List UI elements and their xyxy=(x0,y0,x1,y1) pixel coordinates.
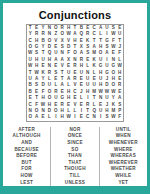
word-list-item[interactable]: WHEREAS xyxy=(102,153,145,160)
word-list-item[interactable]: UNLESS xyxy=(53,180,96,187)
word-list-item[interactable]: FOR xyxy=(5,166,48,173)
page-frame: Conjunctions TEYNORHTBECAUSEYRRNZOWAQRCL… xyxy=(0,0,150,194)
word-list-item[interactable]: YET xyxy=(102,180,145,187)
word-list-item[interactable]: WHETHER xyxy=(102,166,145,173)
word-list-item[interactable]: BUT xyxy=(5,160,48,167)
word-column: UNTILWHENWHENEVERWHEREWHEREASWHEREVERWHE… xyxy=(99,127,147,186)
puzzle-title: Conjunctions xyxy=(3,9,147,21)
word-list-item[interactable]: SO xyxy=(53,147,96,154)
word-list-item[interactable]: HOW xyxy=(5,173,48,180)
word-list-item[interactable]: WHERE xyxy=(102,147,145,154)
word-list-item[interactable]: THAN xyxy=(53,153,96,160)
word-list-item[interactable]: NOR xyxy=(53,127,96,134)
word-list-item[interactable]: TILL xyxy=(53,173,96,180)
word-list-item[interactable]: ALTHOUGH xyxy=(5,133,48,140)
word-column: AFTERALTHOUGHANDBECAUSEBEFOREBUTFORHOWLE… xyxy=(3,127,50,186)
worksheet-panel: Conjunctions TEYNORHTBECAUSEYRRNZOWAQRCL… xyxy=(3,3,147,186)
word-list-item[interactable]: AFTER xyxy=(5,127,48,134)
grid-container: TEYNORHTBECAUSEYRRNZOWAQRCLIWUCHBOVXVHEK… xyxy=(3,24,147,122)
word-list-item[interactable]: SINCE xyxy=(53,140,96,147)
word-list-item[interactable]: THOUGH xyxy=(53,166,96,173)
word-list-item[interactable]: ONCE xyxy=(53,133,96,140)
word-list-item[interactable]: WHILE xyxy=(102,173,145,180)
word-list-item[interactable]: AND xyxy=(5,140,48,147)
word-list-item[interactable]: BEFORE xyxy=(5,153,48,160)
word-list-item[interactable]: WHEREVER xyxy=(102,160,145,167)
word-search-grid: TEYNORHTBECAUSEYRRNZOWAQRCLIWUCHBOVXVHEK… xyxy=(26,24,124,122)
word-list: AFTERALTHOUGHANDBECAUSEBEFOREBUTFORHOWLE… xyxy=(3,127,147,186)
word-list-item[interactable]: WHEN xyxy=(102,133,145,140)
word-list-item[interactable]: WHENEVER xyxy=(102,140,145,147)
word-list-item[interactable]: UNTIL xyxy=(102,127,145,134)
grid-cell[interactable]: F xyxy=(117,114,123,120)
word-list-item[interactable]: THAT xyxy=(53,160,96,167)
word-list-item[interactable]: LEST xyxy=(5,180,48,187)
word-list-item[interactable]: BECAUSE xyxy=(5,147,48,154)
word-column: NORONCESINCESOTHANTHATTHOUGHTILLUNLESS xyxy=(50,127,98,186)
